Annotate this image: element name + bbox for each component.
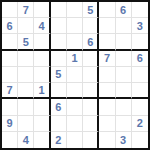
cell-r1c8[interactable]: 6	[116, 2, 132, 18]
cell-r5c7[interactable]	[99, 67, 115, 83]
cell-r5c8[interactable]	[116, 67, 132, 83]
cell-r3c9[interactable]	[132, 34, 148, 50]
cell-r1c4[interactable]	[51, 2, 67, 18]
cell-r6c9[interactable]	[132, 83, 148, 99]
cell-r6c8[interactable]	[116, 83, 132, 99]
cell-r8c5[interactable]	[67, 116, 83, 132]
cell-r4c6[interactable]	[83, 51, 99, 67]
cell-r3c8[interactable]	[116, 34, 132, 50]
cell-r2c7[interactable]	[99, 18, 115, 34]
sudoku-board: 75664356176571692423	[0, 0, 150, 150]
cell-r7c6[interactable]	[83, 99, 99, 115]
cell-r9c1[interactable]	[2, 132, 18, 148]
cell-r3c5[interactable]	[67, 34, 83, 50]
cell-r5c4[interactable]: 5	[51, 67, 67, 83]
cell-r4c2[interactable]	[18, 51, 34, 67]
cell-r6c7[interactable]	[99, 83, 115, 99]
cell-r1c2[interactable]: 7	[18, 2, 34, 18]
cell-r7c3[interactable]	[34, 99, 50, 115]
cell-r5c3[interactable]	[34, 67, 50, 83]
cell-r6c1[interactable]: 7	[2, 83, 18, 99]
cell-r7c1[interactable]	[2, 99, 18, 115]
cell-r2c2[interactable]	[18, 18, 34, 34]
cell-r6c4[interactable]	[51, 83, 67, 99]
cell-r6c5[interactable]	[67, 83, 83, 99]
cell-r5c6[interactable]	[83, 67, 99, 83]
cell-r9c4[interactable]: 2	[51, 132, 67, 148]
cell-r3c4[interactable]	[51, 34, 67, 50]
cell-r1c6[interactable]: 5	[83, 2, 99, 18]
cell-r8c1[interactable]: 9	[2, 116, 18, 132]
cell-r4c5[interactable]: 1	[67, 51, 83, 67]
cell-r2c8[interactable]	[116, 18, 132, 34]
cell-r8c2[interactable]	[18, 116, 34, 132]
cell-r3c3[interactable]	[34, 34, 50, 50]
cell-r2c4[interactable]	[51, 18, 67, 34]
cell-r9c7[interactable]	[99, 132, 115, 148]
cell-r5c1[interactable]	[2, 67, 18, 83]
cell-r7c4[interactable]: 6	[51, 99, 67, 115]
cell-r9c6[interactable]	[83, 132, 99, 148]
cell-r3c2[interactable]: 5	[18, 34, 34, 50]
cell-r5c5[interactable]	[67, 67, 83, 83]
cell-r2c3[interactable]: 4	[34, 18, 50, 34]
cell-r9c3[interactable]	[34, 132, 50, 148]
cell-r8c8[interactable]	[116, 116, 132, 132]
cell-r1c9[interactable]	[132, 2, 148, 18]
cell-r4c1[interactable]	[2, 51, 18, 67]
cell-r8c3[interactable]	[34, 116, 50, 132]
cell-r3c7[interactable]	[99, 34, 115, 50]
cell-r8c4[interactable]	[51, 116, 67, 132]
sudoku-puzzle: 75664356176571692423	[0, 0, 150, 150]
cell-r4c3[interactable]	[34, 51, 50, 67]
cell-r6c6[interactable]	[83, 83, 99, 99]
cell-r9c2[interactable]: 4	[18, 132, 34, 148]
cell-r3c1[interactable]	[2, 34, 18, 50]
cell-r7c5[interactable]	[67, 99, 83, 115]
cell-r9c5[interactable]	[67, 132, 83, 148]
cell-r2c9[interactable]: 3	[132, 18, 148, 34]
cell-r7c8[interactable]	[116, 99, 132, 115]
cell-r8c6[interactable]	[83, 116, 99, 132]
cell-r7c2[interactable]	[18, 99, 34, 115]
cell-r7c9[interactable]	[132, 99, 148, 115]
cell-r7c7[interactable]	[99, 99, 115, 115]
cell-r2c6[interactable]	[83, 18, 99, 34]
cell-r4c4[interactable]	[51, 51, 67, 67]
cell-r6c2[interactable]	[18, 83, 34, 99]
cell-r9c8[interactable]: 3	[116, 132, 132, 148]
cell-r4c9[interactable]: 6	[132, 51, 148, 67]
cell-r8c7[interactable]	[99, 116, 115, 132]
cell-r5c2[interactable]	[18, 67, 34, 83]
cell-r4c7[interactable]: 7	[99, 51, 115, 67]
cell-r2c1[interactable]: 6	[2, 18, 18, 34]
cell-r3c6[interactable]: 6	[83, 34, 99, 50]
cell-r5c9[interactable]	[132, 67, 148, 83]
cell-r8c9[interactable]: 2	[132, 116, 148, 132]
cell-r1c5[interactable]	[67, 2, 83, 18]
cell-r1c3[interactable]	[34, 2, 50, 18]
cell-r1c1[interactable]	[2, 2, 18, 18]
cell-r1c7[interactable]	[99, 2, 115, 18]
cell-r4c8[interactable]	[116, 51, 132, 67]
cell-r9c9[interactable]	[132, 132, 148, 148]
cell-r2c5[interactable]	[67, 18, 83, 34]
cell-r6c3[interactable]: 1	[34, 83, 50, 99]
